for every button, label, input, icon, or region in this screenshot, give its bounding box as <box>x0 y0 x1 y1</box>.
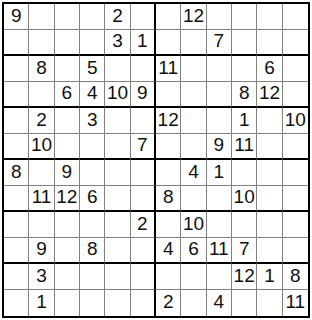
cell-r7c11[interactable] <box>257 160 282 186</box>
cell-r9c6: 2 <box>131 212 156 238</box>
cell-r6c8[interactable] <box>181 134 206 160</box>
cell-r11c10: 12 <box>232 264 257 290</box>
cell-r12c10[interactable] <box>232 290 257 316</box>
cell-r10c4: 8 <box>80 238 105 264</box>
cell-r4c6: 9 <box>131 82 156 108</box>
cell-r7c2[interactable] <box>29 160 54 186</box>
cell-r5c10: 1 <box>232 108 257 134</box>
cell-r1c3[interactable] <box>55 4 80 30</box>
cell-r7c5[interactable] <box>105 160 130 186</box>
cell-r11c11: 1 <box>257 264 282 290</box>
cell-r10c5[interactable] <box>105 238 130 264</box>
cell-r10c8: 6 <box>181 238 206 264</box>
cell-r9c7[interactable] <box>156 212 181 238</box>
sudoku-page: 9212317851166410981223121101079118941111… <box>0 0 312 320</box>
cell-r8c2: 11 <box>29 186 54 212</box>
cell-r7c3: 9 <box>55 160 80 186</box>
cell-r12c3[interactable] <box>55 290 80 316</box>
cell-r7c9: 1 <box>207 160 232 186</box>
cell-r1c10[interactable] <box>232 4 257 30</box>
cell-r5c8[interactable] <box>181 108 206 134</box>
cell-r1c11[interactable] <box>257 4 282 30</box>
cell-r5c5[interactable] <box>105 108 130 134</box>
cell-r5c11[interactable] <box>257 108 282 134</box>
cell-r10c1[interactable] <box>4 238 29 264</box>
cell-r4c3: 6 <box>55 82 80 108</box>
cell-r11c3[interactable] <box>55 264 80 290</box>
cell-r1c8: 12 <box>181 4 206 30</box>
cell-r11c9[interactable] <box>207 264 232 290</box>
cell-r4c10: 8 <box>232 82 257 108</box>
cell-r12c1[interactable] <box>4 290 29 316</box>
cell-r4c12[interactable] <box>283 82 308 108</box>
cell-r10c10: 7 <box>232 238 257 264</box>
cell-r6c3[interactable] <box>55 134 80 160</box>
cell-r6c6: 7 <box>131 134 156 160</box>
cell-r3c5[interactable] <box>105 56 130 82</box>
cell-r3c7: 11 <box>156 56 181 82</box>
cell-r8c6[interactable] <box>131 186 156 212</box>
cell-r4c4: 4 <box>80 82 105 108</box>
cell-r11c1[interactable] <box>4 264 29 290</box>
cell-r3c4: 5 <box>80 56 105 82</box>
cell-r3c2: 8 <box>29 56 54 82</box>
cell-r12c4[interactable] <box>80 290 105 316</box>
cell-r3c9[interactable] <box>207 56 232 82</box>
cell-r2c12[interactable] <box>283 30 308 56</box>
cell-r5c9[interactable] <box>207 108 232 134</box>
cell-r3c3[interactable] <box>55 56 80 82</box>
cell-r3c10[interactable] <box>232 56 257 82</box>
cell-r9c12[interactable] <box>283 212 308 238</box>
cell-r8c10: 10 <box>232 186 257 212</box>
cell-r2c9: 7 <box>207 30 232 56</box>
cell-r2c1[interactable] <box>4 30 29 56</box>
cell-r8c4: 6 <box>80 186 105 212</box>
cell-r9c5[interactable] <box>105 212 130 238</box>
cell-r5c1[interactable] <box>4 108 29 134</box>
cell-r7c12[interactable] <box>283 160 308 186</box>
cell-r5c2: 2 <box>29 108 54 134</box>
cell-r3c1[interactable] <box>4 56 29 82</box>
cell-r6c1[interactable] <box>4 134 29 160</box>
cell-r11c12: 8 <box>283 264 308 290</box>
cell-r4c5: 10 <box>105 82 130 108</box>
cell-r1c12[interactable] <box>283 4 308 30</box>
cell-r9c3[interactable] <box>55 212 80 238</box>
cell-r11c6[interactable] <box>131 264 156 290</box>
cell-r6c2: 10 <box>29 134 54 160</box>
cell-r2c3[interactable] <box>55 30 80 56</box>
cell-r8c9[interactable] <box>207 186 232 212</box>
cell-r12c12: 11 <box>283 290 308 316</box>
sudoku-board: 9212317851166410981223121101079118941111… <box>2 2 310 318</box>
cell-r9c4[interactable] <box>80 212 105 238</box>
cell-r11c7[interactable] <box>156 264 181 290</box>
cell-r2c6: 1 <box>131 30 156 56</box>
cell-r8c5[interactable] <box>105 186 130 212</box>
cell-r6c4[interactable] <box>80 134 105 160</box>
cell-r12c6[interactable] <box>131 290 156 316</box>
cell-r4c8[interactable] <box>181 82 206 108</box>
cell-r7c8: 4 <box>181 160 206 186</box>
cell-r8c7: 8 <box>156 186 181 212</box>
cell-r7c6[interactable] <box>131 160 156 186</box>
cell-r7c10[interactable] <box>232 160 257 186</box>
cell-r5c3[interactable] <box>55 108 80 134</box>
cell-r8c8[interactable] <box>181 186 206 212</box>
cell-r12c8[interactable] <box>181 290 206 316</box>
cell-r6c5[interactable] <box>105 134 130 160</box>
cell-r4c9[interactable] <box>207 82 232 108</box>
cell-r8c11[interactable] <box>257 186 282 212</box>
cell-r2c11[interactable] <box>257 30 282 56</box>
cell-r10c11[interactable] <box>257 238 282 264</box>
cell-r1c4[interactable] <box>80 4 105 30</box>
cell-r5c12: 10 <box>283 108 308 134</box>
cell-r5c6[interactable] <box>131 108 156 134</box>
cell-r7c1: 8 <box>4 160 29 186</box>
cell-r9c1[interactable] <box>4 212 29 238</box>
cell-r2c4[interactable] <box>80 30 105 56</box>
cell-r12c5[interactable] <box>105 290 130 316</box>
cell-r6c9: 9 <box>207 134 232 160</box>
cell-r9c8: 10 <box>181 212 206 238</box>
cell-r12c9: 4 <box>207 290 232 316</box>
cell-r10c7: 4 <box>156 238 181 264</box>
cell-r10c3[interactable] <box>55 238 80 264</box>
cell-r1c2[interactable] <box>29 4 54 30</box>
cell-r6c7[interactable] <box>156 134 181 160</box>
cell-r9c10[interactable] <box>232 212 257 238</box>
cell-r2c10[interactable] <box>232 30 257 56</box>
cell-r12c11[interactable] <box>257 290 282 316</box>
cell-r1c9[interactable] <box>207 4 232 30</box>
cell-r9c9[interactable] <box>207 212 232 238</box>
cell-r9c2[interactable] <box>29 212 54 238</box>
cell-r3c6[interactable] <box>131 56 156 82</box>
cell-r4c11: 12 <box>257 82 282 108</box>
cell-r4c7[interactable] <box>156 82 181 108</box>
cell-r2c7[interactable] <box>156 30 181 56</box>
cell-r4c1[interactable] <box>4 82 29 108</box>
cell-r1c7[interactable] <box>156 4 181 30</box>
cell-r10c6[interactable] <box>131 238 156 264</box>
cell-r4c2[interactable] <box>29 82 54 108</box>
cell-r6c12[interactable] <box>283 134 308 160</box>
cell-r5c7: 12 <box>156 108 181 134</box>
cell-r8c12[interactable] <box>283 186 308 212</box>
cell-r11c8[interactable] <box>181 264 206 290</box>
cell-r10c9: 11 <box>207 238 232 264</box>
cell-r12c7: 2 <box>156 290 181 316</box>
cell-r3c12[interactable] <box>283 56 308 82</box>
cell-r9c11[interactable] <box>257 212 282 238</box>
cell-r7c4[interactable] <box>80 160 105 186</box>
cell-r1c5: 2 <box>105 4 130 30</box>
cell-r3c8[interactable] <box>181 56 206 82</box>
cell-r3c11: 6 <box>257 56 282 82</box>
cell-r1c1: 9 <box>4 4 29 30</box>
cell-r11c4[interactable] <box>80 264 105 290</box>
cell-r8c3: 12 <box>55 186 80 212</box>
cell-r2c2[interactable] <box>29 30 54 56</box>
cell-r1c6[interactable] <box>131 4 156 30</box>
cell-r11c5[interactable] <box>105 264 130 290</box>
cell-r2c5: 3 <box>105 30 130 56</box>
cell-r10c12[interactable] <box>283 238 308 264</box>
cell-r5c4: 3 <box>80 108 105 134</box>
cell-r2c8[interactable] <box>181 30 206 56</box>
cell-r6c11[interactable] <box>257 134 282 160</box>
cell-r12c2: 1 <box>29 290 54 316</box>
cell-r10c2: 9 <box>29 238 54 264</box>
cell-r7c7[interactable] <box>156 160 181 186</box>
cell-r6c10: 11 <box>232 134 257 160</box>
cell-r8c1[interactable] <box>4 186 29 212</box>
cell-r11c2: 3 <box>29 264 54 290</box>
